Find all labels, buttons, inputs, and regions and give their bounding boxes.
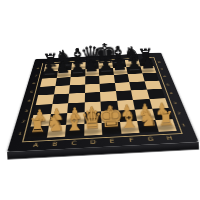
chess-board: ABCDEFGH 87654321 87654321 ♜♞♝♛♚♝♞♜♟♟♟♟♟… xyxy=(7,53,199,152)
piece-white-rook-h1[interactable]: ♜ xyxy=(150,105,182,129)
photo-scene: ABCDEFGH 87654321 87654321 ♜♞♝♛♚♝♞♜♟♟♟♟♟… xyxy=(0,0,200,200)
rank-label-8-right: 8 xyxy=(154,59,163,65)
rank-label-8-left: 8 xyxy=(34,65,43,72)
rank-label-5-left: 5 xyxy=(27,87,37,95)
rank-label-6-right: 6 xyxy=(160,72,170,79)
rank-label-7-left: 7 xyxy=(32,72,41,79)
rank-label-6-left: 6 xyxy=(29,79,39,87)
rank-label-7-right: 7 xyxy=(157,65,167,72)
